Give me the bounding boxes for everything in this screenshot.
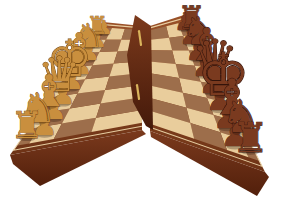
chess-piece-black-r: ♜ bbox=[232, 114, 269, 162]
board-square bbox=[150, 38, 172, 51]
board-square bbox=[150, 50, 176, 64]
chess-set-photo: ♟♟♟♟♟♟♟♟♜♞♝♚♛♝♞♜♟♟♟♟♟♟♟♟♜♞♝♛♚♝♞♜ bbox=[0, 0, 290, 218]
chess-piece-white-r: ♜ bbox=[11, 104, 44, 147]
folded-chessboard-svg: ♟♟♟♟♟♟♟♟♜♞♝♚♛♝♞♜♟♟♟♟♟♟♟♟♜♞♝♛♚♝♞♜ bbox=[0, 0, 290, 218]
